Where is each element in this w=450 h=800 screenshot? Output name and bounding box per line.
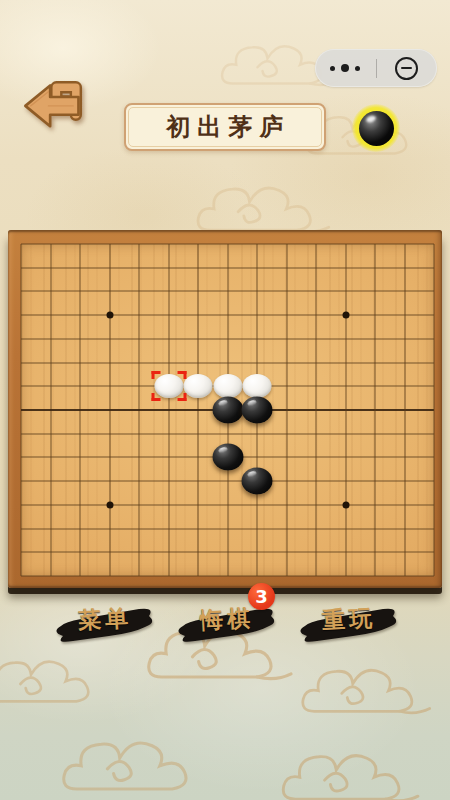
board-grid[interactable] (21, 244, 434, 576)
more-button[interactable] (315, 49, 376, 87)
cloud-motif (275, 732, 450, 800)
grid-line (345, 244, 346, 576)
grid-line (21, 576, 434, 577)
black-stone (242, 397, 273, 424)
cloud-motif (295, 648, 450, 731)
white-stone (154, 374, 183, 398)
black-stone (212, 397, 243, 424)
cloud-motif (0, 640, 135, 720)
grid-line (286, 244, 287, 576)
back-icon (20, 74, 98, 136)
undo-button[interactable]: 悔棋 3 (173, 592, 277, 646)
grid-line (404, 244, 405, 576)
star-point (342, 312, 349, 319)
white-stone (243, 374, 272, 398)
grid-line (21, 433, 434, 434)
undo-count-badge: 3 (248, 583, 275, 610)
close-button[interactable] (377, 49, 438, 87)
turn-indicator (352, 104, 400, 152)
grid-line (21, 481, 434, 482)
grid-line (21, 504, 434, 505)
star-point (342, 501, 349, 508)
cloud-motif (55, 718, 240, 800)
game-screen: 初出茅庐 菜单 悔棋 3 重玩 (0, 0, 450, 800)
grid-line (375, 244, 376, 576)
grid-line (316, 244, 317, 576)
star-point (106, 501, 113, 508)
grid-line (21, 528, 434, 529)
back-button[interactable] (20, 74, 98, 136)
white-stone (184, 374, 213, 398)
menu-button[interactable]: 菜单 (51, 592, 155, 646)
star-point (106, 312, 113, 319)
menu-label: 菜单 (50, 589, 157, 648)
gomoku-board (8, 230, 442, 588)
minimize-icon (395, 57, 418, 80)
replay-label: 重玩 (294, 589, 401, 648)
page-title: 初出茅庐 (160, 111, 291, 143)
level-banner: 初出茅庐 (124, 103, 326, 151)
black-stone (212, 444, 243, 471)
grid-line (434, 244, 435, 576)
toolbar: 菜单 悔棋 3 重玩 (0, 592, 450, 646)
white-stone (213, 374, 242, 398)
black-stone-icon (359, 111, 394, 146)
more-icon (330, 64, 360, 72)
grid-line (21, 552, 434, 553)
replay-button[interactable]: 重玩 (295, 592, 399, 646)
black-stone (242, 468, 273, 495)
miniprogram-capsule (315, 49, 437, 87)
